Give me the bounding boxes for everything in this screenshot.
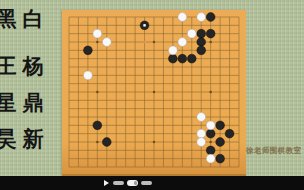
time-text-blob <box>113 176 124 190</box>
black-stone <box>225 129 234 138</box>
star-point <box>209 91 211 93</box>
white-stone <box>206 154 215 163</box>
black-stone <box>216 154 225 163</box>
video-control-bar[interactable] <box>0 176 304 190</box>
star-point <box>96 91 98 93</box>
white-name-char: 鼎 <box>21 93 45 114</box>
black-name-char: 昊 <box>0 129 18 150</box>
duration-text-blob <box>141 176 152 190</box>
toggle-switch[interactable] <box>127 176 138 190</box>
black-stone <box>216 138 225 147</box>
star-point <box>209 141 211 143</box>
star-point <box>153 91 155 93</box>
black-stone <box>197 38 206 47</box>
black-stone <box>93 121 102 130</box>
go-board-grid <box>62 10 246 174</box>
last-move-marker <box>143 24 145 26</box>
black-stone <box>83 46 92 55</box>
black-stone <box>197 29 206 38</box>
white-stone <box>93 29 102 38</box>
black-stone <box>206 29 215 38</box>
go-board <box>62 10 246 176</box>
black-stone <box>206 146 215 155</box>
white-stone <box>197 113 206 122</box>
black-name-char: 王 <box>0 56 18 77</box>
white-name-char: 白 <box>21 9 45 30</box>
black-name-char: 黑 <box>0 9 18 30</box>
video-frame[interactable]: 黑王星昊 白杨鼎新 徐老师围棋教室 <box>0 0 304 190</box>
watermark-text: 徐老师围棋教室 <box>246 147 304 155</box>
star-point <box>209 41 211 43</box>
white-stone <box>178 13 187 22</box>
star-point <box>153 41 155 43</box>
white-stone <box>187 29 196 38</box>
annotation-marker <box>143 41 146 44</box>
star-point <box>96 41 98 43</box>
star-point <box>153 141 155 143</box>
play-icon[interactable] <box>104 176 109 190</box>
white-stone <box>168 46 177 55</box>
white-stone <box>197 138 206 147</box>
white-name-char: 杨 <box>21 56 45 77</box>
black-stone <box>206 13 215 22</box>
black-stone <box>206 129 215 138</box>
white-stone <box>206 121 215 130</box>
black-stone <box>216 121 225 130</box>
black-stone <box>178 54 187 63</box>
black-stone <box>102 138 111 147</box>
star-point <box>96 141 98 143</box>
white-stone <box>197 13 206 22</box>
white-name-char: 新 <box>21 129 45 150</box>
white-stone <box>178 38 187 47</box>
black-stone <box>197 46 206 55</box>
white-stone <box>197 129 206 138</box>
black-stone <box>168 54 177 63</box>
black-name-char: 星 <box>0 93 18 114</box>
black-stone <box>187 54 196 63</box>
white-stone <box>83 71 92 80</box>
white-stone <box>102 38 111 47</box>
